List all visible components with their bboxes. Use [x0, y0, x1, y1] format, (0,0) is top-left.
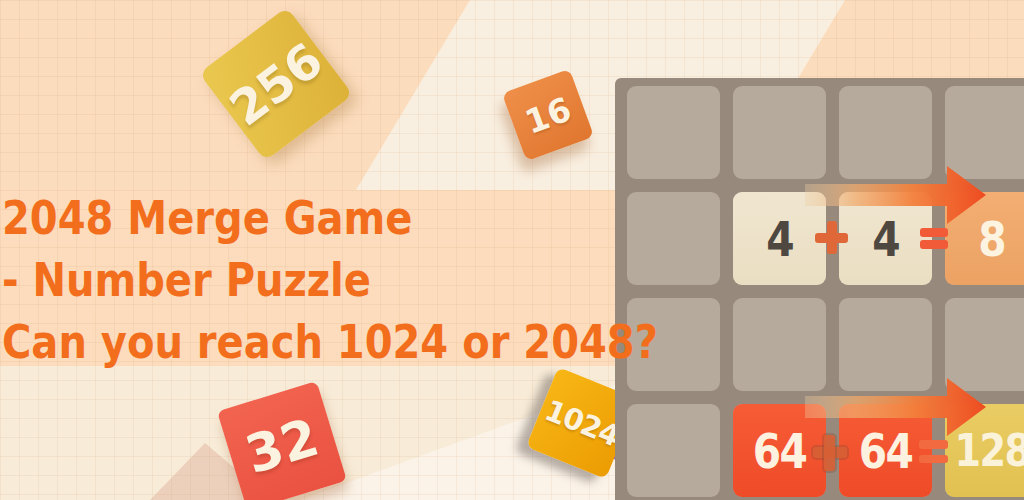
board-cell-r3c3	[839, 298, 932, 391]
board-cell-r2c2: 4	[733, 192, 826, 285]
tile-value: 64	[753, 423, 806, 479]
equals-sign-row4	[919, 440, 948, 463]
decor-tile-16-value: 16	[520, 89, 577, 141]
decor-tile-32-value: 32	[239, 407, 326, 486]
board-cell-r3c4	[945, 298, 1024, 391]
board-cell-r1c2	[733, 86, 826, 179]
plus-sign-row4	[813, 437, 847, 469]
headline-line-3: Can you reach 1024 or 2048?	[2, 311, 658, 373]
board-tile-4: 4	[839, 192, 932, 285]
tile-value: 8	[978, 211, 1005, 267]
board-tile-128: 128	[945, 404, 1024, 497]
board-cell-r4c4: 128	[945, 404, 1024, 497]
tile-value: 4	[766, 211, 793, 267]
decor-tile-1024-value: 1024	[540, 393, 624, 453]
tile-value: 128	[954, 424, 1024, 477]
tile-value: 64	[859, 423, 912, 479]
headline-line-1: 2048 Merge Game	[2, 187, 658, 249]
tile-value: 4	[872, 211, 899, 267]
board-cell-r2c4: 8	[945, 192, 1024, 285]
board-tile-4: 4	[733, 192, 826, 285]
board-cell-r1c3	[839, 86, 932, 179]
board-cell-r1c4	[945, 86, 1024, 179]
board-cell-r1c1	[627, 86, 720, 179]
banner-stage: 256 16 32 1024 4 4 8	[0, 0, 1024, 500]
equals-sign-row2	[920, 228, 948, 249]
board-cell-r2c3: 4	[839, 192, 932, 285]
board-tile-8: 8	[945, 192, 1024, 285]
board-cell-r4c1	[627, 404, 720, 497]
board-cell-r3c2	[733, 298, 826, 391]
plus-sign-row2	[815, 221, 848, 254]
headline-line-2: - Number Puzzle	[2, 249, 658, 311]
headline: 2048 Merge Game - Number Puzzle Can you …	[2, 187, 658, 373]
decor-tile-256-value: 256	[219, 31, 333, 136]
